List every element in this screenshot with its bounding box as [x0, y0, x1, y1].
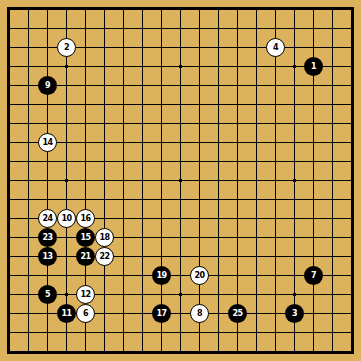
- star-point-dot: [179, 293, 182, 296]
- star-point: [57, 57, 76, 76]
- stone-white-16: 16: [76, 209, 95, 228]
- stone-white-4: 4: [266, 38, 285, 57]
- star-point: [57, 171, 76, 190]
- stone-black-13: 13: [38, 247, 57, 266]
- stone-black-25: 25: [228, 304, 247, 323]
- star-point-dot: [65, 293, 68, 296]
- stone-black-5: 5: [38, 285, 57, 304]
- star-point: [285, 285, 304, 304]
- stone-white-24: 24: [38, 209, 57, 228]
- stone-white-12: 12: [76, 285, 95, 304]
- star-point-dot: [179, 179, 182, 182]
- stone-white-2: 2: [57, 38, 76, 57]
- stone-black-21: 21: [76, 247, 95, 266]
- stone-white-22: 22: [95, 247, 114, 266]
- stone-black-17: 17: [152, 304, 171, 323]
- star-point: [171, 285, 190, 304]
- stone-white-10: 10: [57, 209, 76, 228]
- star-point-dot: [65, 65, 68, 68]
- star-point-dot: [293, 65, 296, 68]
- stone-black-11: 11: [57, 304, 76, 323]
- stone-black-1: 1: [304, 57, 323, 76]
- stone-black-15: 15: [76, 228, 95, 247]
- stone-black-19: 19: [152, 266, 171, 285]
- star-point-dot: [293, 179, 296, 182]
- star-point-dot: [65, 179, 68, 182]
- stone-black-9: 9: [38, 76, 57, 95]
- stone-white-6: 6: [76, 304, 95, 323]
- stone-white-14: 14: [38, 133, 57, 152]
- star-point: [171, 171, 190, 190]
- star-point: [285, 57, 304, 76]
- go-board[interactable]: 1234567891011121314151617181920212223242…: [0, 0, 361, 361]
- star-point: [171, 57, 190, 76]
- star-point-dot: [293, 293, 296, 296]
- stone-black-3: 3: [285, 304, 304, 323]
- stone-black-7: 7: [304, 266, 323, 285]
- star-point: [285, 171, 304, 190]
- stone-white-8: 8: [190, 304, 209, 323]
- stone-white-20: 20: [190, 266, 209, 285]
- star-point-dot: [179, 65, 182, 68]
- star-point: [57, 285, 76, 304]
- stone-black-23: 23: [38, 228, 57, 247]
- stone-white-18: 18: [95, 228, 114, 247]
- board-grid[interactable]: 1234567891011121314151617181920212223242…: [0, 0, 361, 361]
